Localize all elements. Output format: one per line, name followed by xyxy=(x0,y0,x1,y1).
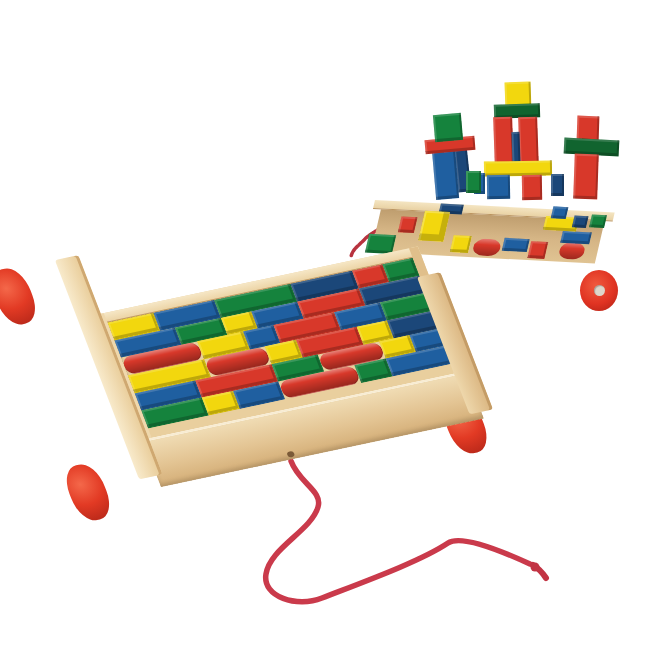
wooden-block xyxy=(572,215,589,228)
wooden-block xyxy=(502,238,530,252)
wooden-block xyxy=(418,211,450,242)
string-knot-tail xyxy=(533,565,546,578)
wooden-block xyxy=(398,216,418,233)
wooden-block xyxy=(527,241,548,259)
string-hole xyxy=(286,451,295,458)
wooden-block xyxy=(560,231,592,244)
product-photo-stage xyxy=(0,0,650,650)
wooden-block xyxy=(471,238,502,256)
wooden-block xyxy=(450,235,472,253)
wooden-block xyxy=(551,206,569,219)
pull-string xyxy=(266,461,530,602)
wooden-block xyxy=(589,214,607,228)
wooden-block xyxy=(558,242,587,260)
